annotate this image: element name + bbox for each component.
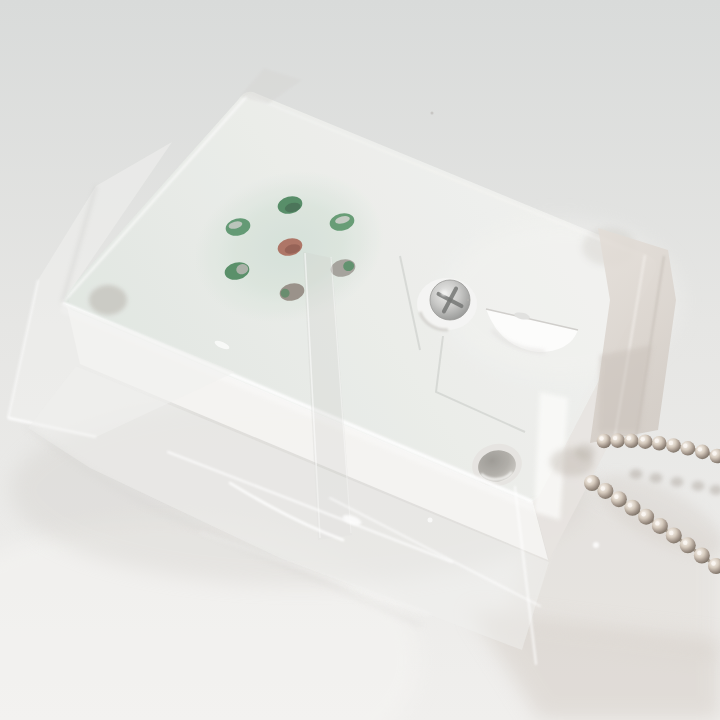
- chain-ball-highlight: [698, 447, 702, 451]
- chain-ball: [597, 483, 613, 499]
- chain-ball: [624, 434, 639, 449]
- chain-ball-highlight: [711, 561, 715, 565]
- chain-ball-highlight: [669, 531, 673, 535]
- chain-ball-highlight: [628, 503, 632, 507]
- chain-ball-shadow: [692, 481, 705, 491]
- chain-ball: [638, 434, 653, 449]
- dust: [431, 112, 434, 115]
- chain-ball-highlight: [655, 521, 659, 525]
- chain-ball: [666, 438, 681, 453]
- chain-ball: [680, 537, 696, 553]
- chain-ball-highlight: [712, 451, 716, 455]
- chain-ball-highlight: [655, 439, 659, 443]
- chain-ball: [652, 518, 668, 534]
- chain-ball: [610, 433, 625, 448]
- chain-ball-shadow: [650, 473, 663, 483]
- chain-ball-highlight: [683, 444, 687, 448]
- chain-ball-shadow: [630, 469, 643, 479]
- product-photo: [0, 0, 720, 720]
- chain-ball-highlight: [683, 541, 687, 545]
- chain-ball-highlight: [627, 436, 631, 440]
- chain-ball-highlight: [669, 441, 673, 445]
- photo-stage: [0, 0, 720, 720]
- chain-ball-highlight: [613, 436, 617, 440]
- glint: [428, 518, 433, 523]
- glint: [593, 542, 599, 548]
- chain-ball-highlight: [697, 551, 701, 555]
- chain-ball: [597, 434, 612, 449]
- chain-ball: [638, 509, 654, 525]
- chain-ball: [694, 547, 710, 563]
- chain-ball: [681, 441, 696, 456]
- chain-ball-highlight: [601, 486, 605, 490]
- chain-ball: [666, 527, 682, 543]
- chain-ball: [624, 500, 640, 516]
- chain-ball: [652, 436, 667, 451]
- chain-ball: [611, 491, 627, 507]
- chain-ball-highlight: [641, 437, 645, 441]
- chain-ball: [695, 445, 710, 460]
- chain-ball-highlight: [641, 512, 645, 516]
- chain-ball: [584, 475, 600, 491]
- chain-under-wrap: [575, 444, 595, 460]
- chain-ball-highlight: [614, 494, 618, 498]
- dust: [467, 299, 469, 301]
- chain-ball-highlight: [587, 478, 591, 482]
- chain-ball-highlight: [599, 436, 603, 440]
- chain-ball-shadow: [671, 477, 684, 487]
